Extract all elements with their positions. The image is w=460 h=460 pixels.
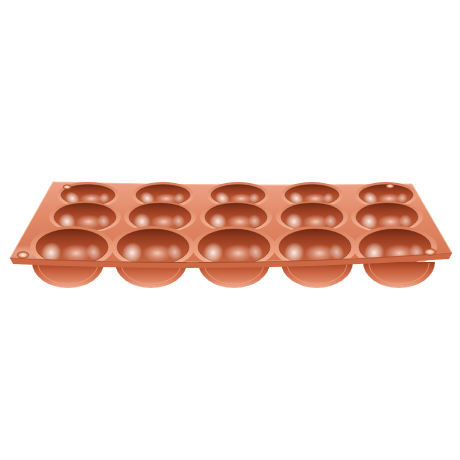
- silicone-mould-photo: [0, 0, 460, 460]
- corner-hole-back-right: [386, 184, 394, 188]
- corner-hole-back-left: [63, 185, 71, 189]
- photo-canvas: [0, 0, 460, 460]
- corner-hole-front-right: [424, 249, 436, 256]
- corner-hole-front-left: [17, 252, 29, 259]
